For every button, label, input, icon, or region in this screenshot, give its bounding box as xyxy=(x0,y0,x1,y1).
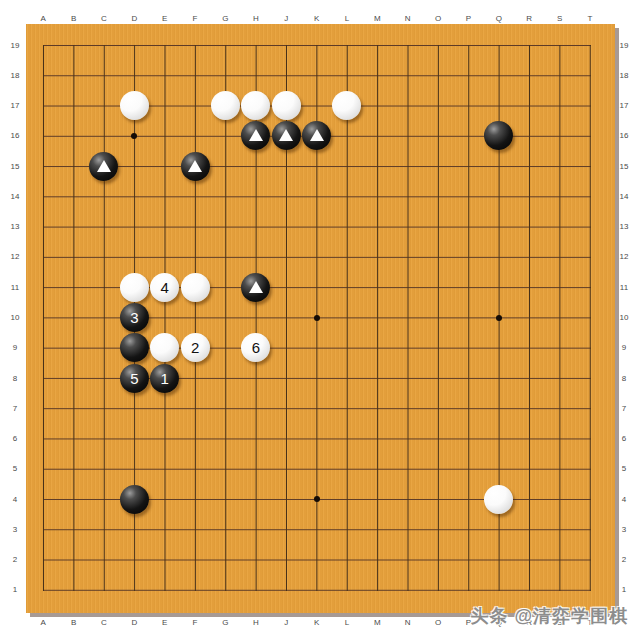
col-label-N: N xyxy=(393,10,423,26)
triangle-mark xyxy=(97,160,111,172)
stone-white-E11: 4 xyxy=(150,273,179,302)
row-label-2: 2 xyxy=(6,545,24,575)
col-label-G: G xyxy=(210,614,240,630)
col-label-P: P xyxy=(453,10,483,26)
stone-white-F9: 2 xyxy=(181,333,210,362)
col-label-O: O xyxy=(423,614,453,630)
stone-white-F11 xyxy=(181,273,210,302)
col-label-K: K xyxy=(301,614,331,630)
row-label-18: 18 xyxy=(615,60,633,90)
row-label-8: 8 xyxy=(615,363,633,393)
stone-white-D11 xyxy=(120,273,149,302)
col-label-S: S xyxy=(544,10,574,26)
star-point-K4 xyxy=(314,496,320,502)
stone-black-Q16 xyxy=(484,121,513,150)
stone-black-H11 xyxy=(241,273,270,302)
stone-black-K16 xyxy=(302,121,331,150)
star-point-Q10 xyxy=(496,315,502,321)
stone-black-J16 xyxy=(272,121,301,150)
row-label-7: 7 xyxy=(615,393,633,423)
row-label-5: 5 xyxy=(615,454,633,484)
row-label-10: 10 xyxy=(615,302,633,332)
column-labels-top: ABCDEFGHJKLMNOPQRST xyxy=(28,10,606,26)
row-label-12: 12 xyxy=(6,242,24,272)
row-label-7: 7 xyxy=(6,393,24,423)
page: 432651 ABCDEFGHJKLMNOPQRST ABCDEFGHJKLMN… xyxy=(0,0,640,640)
row-label-10: 10 xyxy=(6,302,24,332)
col-label-F: F xyxy=(180,10,210,26)
stone-white-E9 xyxy=(150,333,179,362)
stone-white-L17 xyxy=(332,91,361,120)
col-label-M: M xyxy=(362,614,392,630)
stone-white-Q4 xyxy=(484,485,513,514)
col-label-M: M xyxy=(362,10,392,26)
col-label-G: G xyxy=(210,10,240,26)
stone-black-H16 xyxy=(241,121,270,150)
move-number: 2 xyxy=(191,340,199,355)
row-label-1: 1 xyxy=(6,575,24,605)
star-point-D16 xyxy=(131,133,137,139)
stone-white-G17 xyxy=(211,91,240,120)
col-label-J: J xyxy=(271,614,301,630)
col-label-B: B xyxy=(58,614,88,630)
star-point-K10 xyxy=(314,315,320,321)
col-label-L: L xyxy=(332,614,362,630)
row-label-4: 4 xyxy=(615,484,633,514)
stones-grid: 432651 xyxy=(28,30,605,605)
triangle-mark xyxy=(188,160,202,172)
col-label-R: R xyxy=(514,10,544,26)
col-label-D: D xyxy=(119,10,149,26)
row-label-14: 14 xyxy=(615,181,633,211)
row-label-13: 13 xyxy=(6,212,24,242)
row-labels-left: 19181716151413121110987654321 xyxy=(6,30,24,606)
col-label-E: E xyxy=(150,614,180,630)
triangle-mark xyxy=(310,129,324,141)
row-label-13: 13 xyxy=(615,212,633,242)
stone-black-D10: 3 xyxy=(120,303,149,332)
stone-white-D17 xyxy=(120,91,149,120)
stone-black-F15 xyxy=(181,152,210,181)
row-label-15: 15 xyxy=(6,151,24,181)
row-label-11: 11 xyxy=(6,272,24,302)
move-number: 5 xyxy=(130,371,138,386)
col-label-T: T xyxy=(575,10,605,26)
row-label-17: 17 xyxy=(615,91,633,121)
col-label-E: E xyxy=(150,10,180,26)
stone-black-D9 xyxy=(120,333,149,362)
row-label-16: 16 xyxy=(6,121,24,151)
row-label-15: 15 xyxy=(615,151,633,181)
stone-black-D8: 5 xyxy=(120,364,149,393)
row-label-11: 11 xyxy=(615,272,633,302)
col-label-D: D xyxy=(119,614,149,630)
row-label-6: 6 xyxy=(6,423,24,453)
row-label-14: 14 xyxy=(6,181,24,211)
row-label-18: 18 xyxy=(6,60,24,90)
row-label-3: 3 xyxy=(615,514,633,544)
row-label-17: 17 xyxy=(6,91,24,121)
triangle-mark xyxy=(249,281,263,293)
col-label-C: C xyxy=(89,10,119,26)
col-label-L: L xyxy=(332,10,362,26)
col-label-H: H xyxy=(241,10,271,26)
row-label-2: 2 xyxy=(615,545,633,575)
row-label-19: 19 xyxy=(6,30,24,60)
row-label-5: 5 xyxy=(6,454,24,484)
col-label-Q: Q xyxy=(484,10,514,26)
go-board: 432651 xyxy=(26,24,615,613)
col-label-A: A xyxy=(28,10,58,26)
row-label-1: 1 xyxy=(615,575,633,605)
stone-white-H17 xyxy=(241,91,270,120)
col-label-F: F xyxy=(180,614,210,630)
triangle-mark xyxy=(279,129,293,141)
col-label-J: J xyxy=(271,10,301,26)
stone-black-D4 xyxy=(120,485,149,514)
stone-black-C15 xyxy=(89,152,118,181)
row-label-19: 19 xyxy=(615,30,633,60)
col-label-O: O xyxy=(423,10,453,26)
stone-black-E8: 1 xyxy=(150,364,179,393)
row-label-6: 6 xyxy=(615,423,633,453)
row-label-3: 3 xyxy=(6,514,24,544)
stone-white-J17 xyxy=(272,91,301,120)
triangle-mark xyxy=(249,129,263,141)
col-label-K: K xyxy=(301,10,331,26)
move-number: 4 xyxy=(161,280,169,295)
col-label-C: C xyxy=(89,614,119,630)
col-label-N: N xyxy=(393,614,423,630)
row-label-9: 9 xyxy=(6,333,24,363)
stone-white-H9: 6 xyxy=(241,333,270,362)
row-label-12: 12 xyxy=(615,242,633,272)
move-number: 3 xyxy=(130,310,138,325)
move-number: 6 xyxy=(252,340,260,355)
row-label-9: 9 xyxy=(615,333,633,363)
row-label-4: 4 xyxy=(6,484,24,514)
col-label-A: A xyxy=(28,614,58,630)
row-label-8: 8 xyxy=(6,363,24,393)
row-label-16: 16 xyxy=(615,121,633,151)
move-number: 1 xyxy=(161,371,169,386)
row-labels-right: 19181716151413121110987654321 xyxy=(615,30,633,606)
col-label-H: H xyxy=(241,614,271,630)
col-label-B: B xyxy=(58,10,88,26)
watermark: 头条 @清弈学围棋 xyxy=(470,604,628,628)
